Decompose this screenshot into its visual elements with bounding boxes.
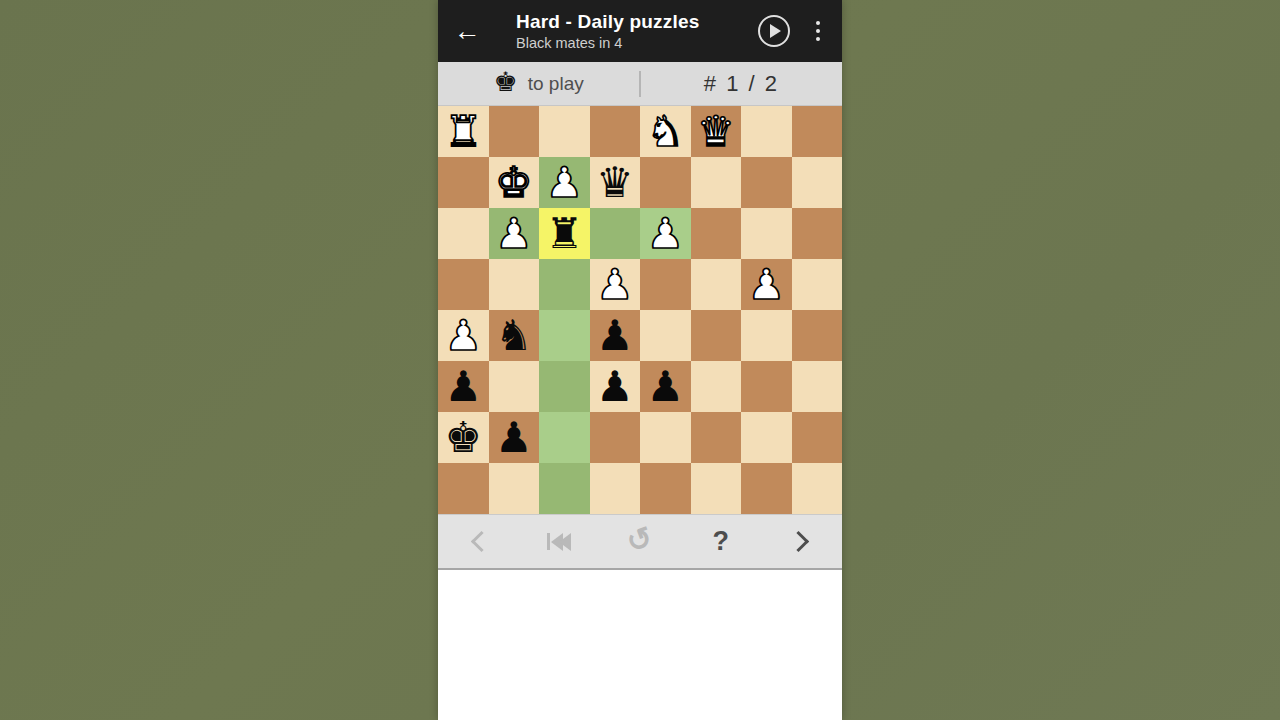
piece-white-king[interactable]: ♚ bbox=[495, 162, 533, 204]
bottom-toolbar: ↺ ? bbox=[438, 514, 842, 570]
piece-black-king[interactable]: ♚ bbox=[444, 417, 482, 459]
square-c1[interactable] bbox=[539, 463, 590, 514]
square-e3[interactable]: ♟ bbox=[640, 361, 691, 412]
square-b5[interactable] bbox=[489, 259, 540, 310]
square-f7[interactable] bbox=[691, 157, 742, 208]
square-a8[interactable]: ♜ bbox=[438, 106, 489, 157]
square-g1[interactable] bbox=[741, 463, 792, 514]
chess-board[interactable]: ♜♞♛♚♟♛♟♜♟♟♟♟♞♟♟♟♟♚♟ bbox=[438, 106, 842, 514]
piece-black-pawn[interactable]: ♟ bbox=[596, 315, 634, 357]
square-g7[interactable] bbox=[741, 157, 792, 208]
square-e2[interactable] bbox=[640, 412, 691, 463]
app-window: ← Hard - Daily puzzles Black mates in 4 … bbox=[438, 0, 842, 720]
puzzle-goal-subtitle: Black mates in 4 bbox=[516, 34, 758, 53]
to-play-label: to play bbox=[528, 73, 584, 95]
square-f4[interactable] bbox=[691, 310, 742, 361]
square-h7[interactable] bbox=[792, 157, 843, 208]
square-g4[interactable] bbox=[741, 310, 792, 361]
square-h2[interactable] bbox=[792, 412, 843, 463]
square-h8[interactable] bbox=[792, 106, 843, 157]
square-a6[interactable] bbox=[438, 208, 489, 259]
square-c2[interactable] bbox=[539, 412, 590, 463]
square-b3[interactable] bbox=[489, 361, 540, 412]
square-a4[interactable]: ♟ bbox=[438, 310, 489, 361]
square-g8[interactable] bbox=[741, 106, 792, 157]
square-e4[interactable] bbox=[640, 310, 691, 361]
piece-white-pawn[interactable]: ♟ bbox=[596, 264, 634, 306]
square-a5[interactable] bbox=[438, 259, 489, 310]
square-d2[interactable] bbox=[590, 412, 641, 463]
piece-white-pawn[interactable]: ♟ bbox=[495, 213, 533, 255]
square-d7[interactable]: ♛ bbox=[590, 157, 641, 208]
square-b7[interactable]: ♚ bbox=[489, 157, 540, 208]
square-c6[interactable]: ♜ bbox=[539, 208, 590, 259]
back-arrow-icon: ← bbox=[454, 16, 481, 47]
square-a2[interactable]: ♚ bbox=[438, 412, 489, 463]
piece-white-pawn[interactable]: ♟ bbox=[646, 213, 684, 255]
square-b4[interactable]: ♞ bbox=[489, 310, 540, 361]
square-b8[interactable] bbox=[489, 106, 540, 157]
square-d8[interactable] bbox=[590, 106, 641, 157]
chevron-left-icon bbox=[471, 531, 492, 552]
square-d3[interactable]: ♟ bbox=[590, 361, 641, 412]
piece-black-knight[interactable]: ♞ bbox=[495, 315, 533, 357]
square-g3[interactable] bbox=[741, 361, 792, 412]
piece-black-queen[interactable]: ♛ bbox=[596, 162, 634, 204]
square-h3[interactable] bbox=[792, 361, 843, 412]
undo-button[interactable]: ↺ bbox=[610, 520, 670, 564]
puzzle-counter: # 1 / 2 bbox=[704, 71, 779, 97]
page-title: Hard - Daily puzzles bbox=[516, 10, 758, 34]
square-d5[interactable]: ♟ bbox=[590, 259, 641, 310]
piece-black-rook[interactable]: ♜ bbox=[545, 213, 583, 255]
square-g2[interactable] bbox=[741, 412, 792, 463]
square-a1[interactable] bbox=[438, 463, 489, 514]
square-h4[interactable] bbox=[792, 310, 843, 361]
play-button[interactable] bbox=[758, 15, 790, 47]
square-b2[interactable]: ♟ bbox=[489, 412, 540, 463]
turn-status-bar: ♚ to play # 1 / 2 bbox=[438, 62, 842, 106]
square-b1[interactable] bbox=[489, 463, 540, 514]
square-f5[interactable] bbox=[691, 259, 742, 310]
skip-to-start-button[interactable] bbox=[529, 520, 589, 564]
square-h6[interactable] bbox=[792, 208, 843, 259]
piece-white-pawn[interactable]: ♟ bbox=[444, 315, 482, 357]
square-e7[interactable] bbox=[640, 157, 691, 208]
square-d4[interactable]: ♟ bbox=[590, 310, 641, 361]
back-button[interactable]: ← bbox=[438, 0, 496, 62]
square-c5[interactable] bbox=[539, 259, 590, 310]
header-titles: Hard - Daily puzzles Black mates in 4 bbox=[496, 10, 758, 53]
question-mark-icon: ? bbox=[713, 526, 730, 557]
square-e6[interactable]: ♟ bbox=[640, 208, 691, 259]
black-king-icon: ♚ bbox=[494, 69, 518, 96]
square-f1[interactable] bbox=[691, 463, 742, 514]
overflow-menu-button[interactable] bbox=[808, 11, 828, 51]
rewind-icon bbox=[547, 533, 572, 551]
square-c4[interactable] bbox=[539, 310, 590, 361]
play-icon bbox=[770, 24, 781, 38]
piece-black-pawn[interactable]: ♟ bbox=[444, 366, 482, 408]
puzzle-progress: # 1 / 2 bbox=[641, 71, 842, 97]
square-d1[interactable] bbox=[590, 463, 641, 514]
square-c8[interactable] bbox=[539, 106, 590, 157]
chevron-right-icon bbox=[788, 531, 809, 552]
square-h5[interactable] bbox=[792, 259, 843, 310]
bottom-spacer bbox=[438, 570, 842, 720]
square-e5[interactable] bbox=[640, 259, 691, 310]
kebab-menu-icon bbox=[816, 21, 821, 26]
undo-arrow-icon: ↺ bbox=[622, 519, 658, 560]
square-g5[interactable]: ♟ bbox=[741, 259, 792, 310]
square-f3[interactable] bbox=[691, 361, 742, 412]
app-header: ← Hard - Daily puzzles Black mates in 4 bbox=[438, 0, 842, 62]
square-f8[interactable]: ♛ bbox=[691, 106, 742, 157]
square-e1[interactable] bbox=[640, 463, 691, 514]
square-b6[interactable]: ♟ bbox=[489, 208, 540, 259]
square-d6[interactable] bbox=[590, 208, 641, 259]
piece-white-rook[interactable]: ♜ bbox=[444, 111, 482, 153]
next-move-button[interactable] bbox=[772, 520, 832, 564]
square-f6[interactable] bbox=[691, 208, 742, 259]
piece-white-queen[interactable]: ♛ bbox=[697, 111, 735, 153]
hint-button[interactable]: ? bbox=[691, 520, 751, 564]
square-f2[interactable] bbox=[691, 412, 742, 463]
square-g6[interactable] bbox=[741, 208, 792, 259]
piece-white-pawn[interactable]: ♟ bbox=[747, 264, 785, 306]
square-e8[interactable]: ♞ bbox=[640, 106, 691, 157]
square-c3[interactable] bbox=[539, 361, 590, 412]
square-a3[interactable]: ♟ bbox=[438, 361, 489, 412]
square-h1[interactable] bbox=[792, 463, 843, 514]
piece-white-knight[interactable]: ♞ bbox=[646, 111, 684, 153]
square-c7[interactable]: ♟ bbox=[539, 157, 590, 208]
square-a7[interactable] bbox=[438, 157, 489, 208]
turn-indicator: ♚ to play bbox=[438, 72, 639, 96]
prev-move-button[interactable] bbox=[448, 520, 508, 564]
piece-black-pawn[interactable]: ♟ bbox=[646, 366, 684, 408]
piece-black-pawn[interactable]: ♟ bbox=[495, 417, 533, 459]
piece-black-pawn[interactable]: ♟ bbox=[596, 366, 634, 408]
piece-white-pawn[interactable]: ♟ bbox=[545, 162, 583, 204]
